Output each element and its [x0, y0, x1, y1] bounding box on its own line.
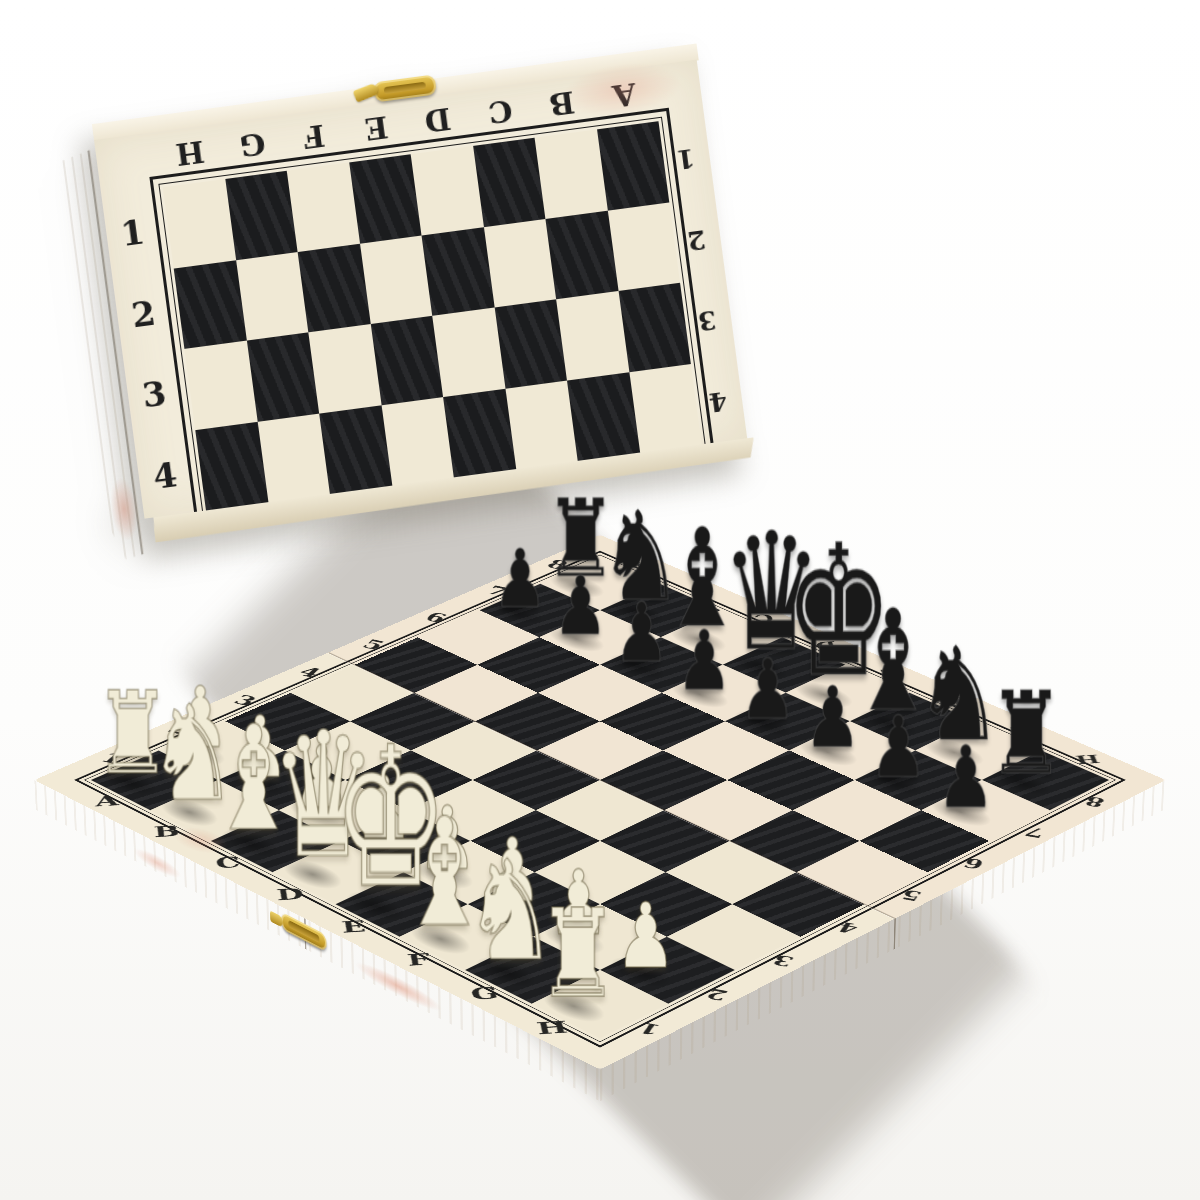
board-squares: ♜♞♝♛♚♝♞♜♟♟♟♟♟♟♟♟♟♟♟♟♟♟♟♟♜♞♝♛♚♝♞♜ [91, 558, 1109, 1039]
wood-grain-mark [355, 955, 442, 1018]
piece-black-pawn[interactable]: ♟ [920, 734, 1011, 820]
product-photo: { "game": "chess", "set_type": "wooden f… [0, 0, 1200, 1200]
piece-white-rook[interactable]: ♜ [530, 893, 627, 1015]
wood-grain-mark [134, 843, 182, 883]
open-chessboard: ♜♞♝♛♚♝♞♜♟♟♟♟♟♟♟♟♟♟♟♟♟♟♟♟♜♞♝♛♚♝♞♜ AA88BB7… [34, 535, 1165, 1070]
right-side-fold-gap [894, 918, 896, 950]
open-board-scene: ♜♞♝♛♚♝♞♜♟♟♟♟♟♟♟♟♟♟♟♟♟♟♟♟♜♞♝♛♚♝♞♜ AA88BB7… [0, 0, 1200, 1200]
